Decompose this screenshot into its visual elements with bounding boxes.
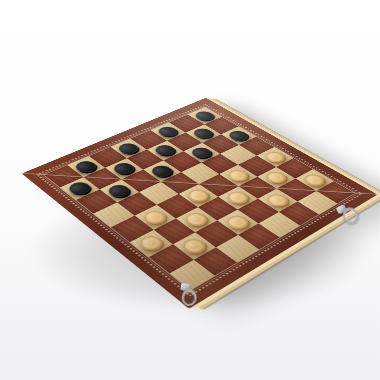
white-man[interactable] xyxy=(140,208,170,226)
square-r7c1[interactable] xyxy=(149,244,193,273)
square-r4c2[interactable] xyxy=(116,192,156,216)
metal-clasp-front xyxy=(179,283,198,307)
black-man[interactable] xyxy=(105,182,134,199)
clasp-ring-icon xyxy=(181,288,198,306)
white-man[interactable] xyxy=(222,213,252,231)
white-man[interactable] xyxy=(135,233,166,253)
white-man[interactable] xyxy=(223,189,252,206)
square-r5c1[interactable] xyxy=(111,216,153,242)
square-r8c4[interactable] xyxy=(237,223,279,249)
square-r7c5[interactable] xyxy=(238,199,279,223)
square-r7c3[interactable] xyxy=(195,221,237,247)
square-r8c5[interactable] xyxy=(258,212,299,237)
square-r7c2[interactable] xyxy=(173,232,216,259)
square-r7c6[interactable] xyxy=(258,189,298,212)
square-r6c4[interactable] xyxy=(197,197,237,221)
square-r3c1[interactable] xyxy=(76,190,116,214)
square-r4c3[interactable] xyxy=(139,182,179,205)
square-r6c1[interactable] xyxy=(130,230,173,257)
black-man[interactable] xyxy=(65,180,94,197)
square-r5c2[interactable] xyxy=(134,205,175,230)
product-photo-scene xyxy=(0,0,380,380)
square-r6c2[interactable] xyxy=(153,218,195,244)
square-r8c2[interactable] xyxy=(193,247,237,276)
square-r7c4[interactable] xyxy=(217,210,258,235)
white-man[interactable] xyxy=(184,187,213,204)
square-r8c3[interactable] xyxy=(216,235,259,263)
square-r5c3[interactable] xyxy=(157,194,197,218)
white-man[interactable] xyxy=(263,192,292,209)
square-r6c3[interactable] xyxy=(176,207,217,232)
square-r3c2[interactable] xyxy=(99,179,138,202)
white-man[interactable] xyxy=(181,210,211,228)
square-r6c5[interactable] xyxy=(218,186,258,209)
square-r4c1[interactable] xyxy=(93,202,134,227)
square-r8c6[interactable] xyxy=(278,201,319,225)
square-r8c7[interactable] xyxy=(297,191,337,215)
square-r2c1[interactable] xyxy=(60,177,99,200)
square-r5c4[interactable] xyxy=(178,184,218,207)
white-man[interactable] xyxy=(178,236,209,256)
